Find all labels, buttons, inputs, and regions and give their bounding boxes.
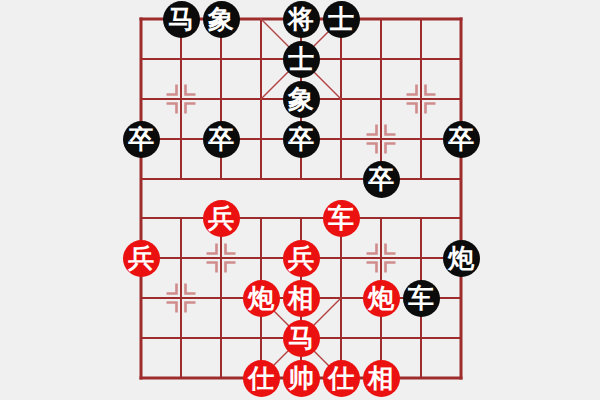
- point-marker: [386, 244, 396, 254]
- piece-red-chariot[interactable]: 车: [323, 200, 360, 237]
- point-marker: [407, 85, 417, 95]
- point-marker: [367, 263, 377, 273]
- point-marker: [367, 144, 377, 154]
- piece-black-general[interactable]: 将: [283, 1, 320, 38]
- point-marker: [367, 244, 377, 254]
- point-marker: [186, 303, 196, 313]
- point-marker: [167, 104, 177, 114]
- point-marker: [226, 263, 236, 273]
- piece-red-soldier[interactable]: 兵: [123, 240, 160, 277]
- piece-black-chariot[interactable]: 车: [403, 280, 440, 317]
- point-marker: [386, 144, 396, 154]
- piece-black-soldier[interactable]: 卒: [123, 121, 160, 158]
- piece-black-soldier[interactable]: 卒: [363, 161, 400, 198]
- piece-red-horse[interactable]: 马: [283, 320, 320, 357]
- point-marker: [167, 85, 177, 95]
- point-marker: [426, 85, 436, 95]
- piece-red-soldier[interactable]: 兵: [203, 200, 240, 237]
- piece-red-elephant[interactable]: 相: [363, 360, 400, 397]
- piece-black-cannon[interactable]: 炮: [443, 240, 480, 277]
- point-marker: [207, 263, 217, 273]
- piece-black-advisor[interactable]: 士: [283, 41, 320, 78]
- point-marker: [167, 303, 177, 313]
- piece-red-general[interactable]: 帅: [283, 360, 320, 397]
- piece-black-soldier[interactable]: 卒: [203, 121, 240, 158]
- point-marker: [407, 104, 417, 114]
- piece-red-cannon[interactable]: 炮: [243, 280, 280, 317]
- point-marker: [207, 244, 217, 254]
- piece-red-elephant[interactable]: 相: [283, 280, 320, 317]
- piece-black-soldier[interactable]: 卒: [283, 121, 320, 158]
- piece-black-elephant[interactable]: 象: [203, 1, 240, 38]
- piece-red-cannon[interactable]: 炮: [363, 280, 400, 317]
- piece-red-soldier[interactable]: 兵: [283, 240, 320, 277]
- piece-red-advisor[interactable]: 仕: [323, 360, 360, 397]
- piece-red-advisor[interactable]: 仕: [243, 360, 280, 397]
- point-marker: [426, 104, 436, 114]
- piece-black-soldier[interactable]: 卒: [443, 121, 480, 158]
- point-marker: [386, 125, 396, 135]
- point-marker: [226, 244, 236, 254]
- point-marker: [186, 104, 196, 114]
- point-marker: [186, 284, 196, 294]
- piece-black-elephant[interactable]: 象: [283, 81, 320, 118]
- xiangqi-board: 马象将士士象卒卒卒卒卒兵车兵兵炮炮相炮车马仕帅仕相: [0, 0, 600, 400]
- piece-black-advisor[interactable]: 士: [323, 1, 360, 38]
- point-marker: [367, 125, 377, 135]
- point-marker: [186, 85, 196, 95]
- point-marker: [167, 284, 177, 294]
- piece-black-horse[interactable]: 马: [163, 1, 200, 38]
- point-marker: [386, 263, 396, 273]
